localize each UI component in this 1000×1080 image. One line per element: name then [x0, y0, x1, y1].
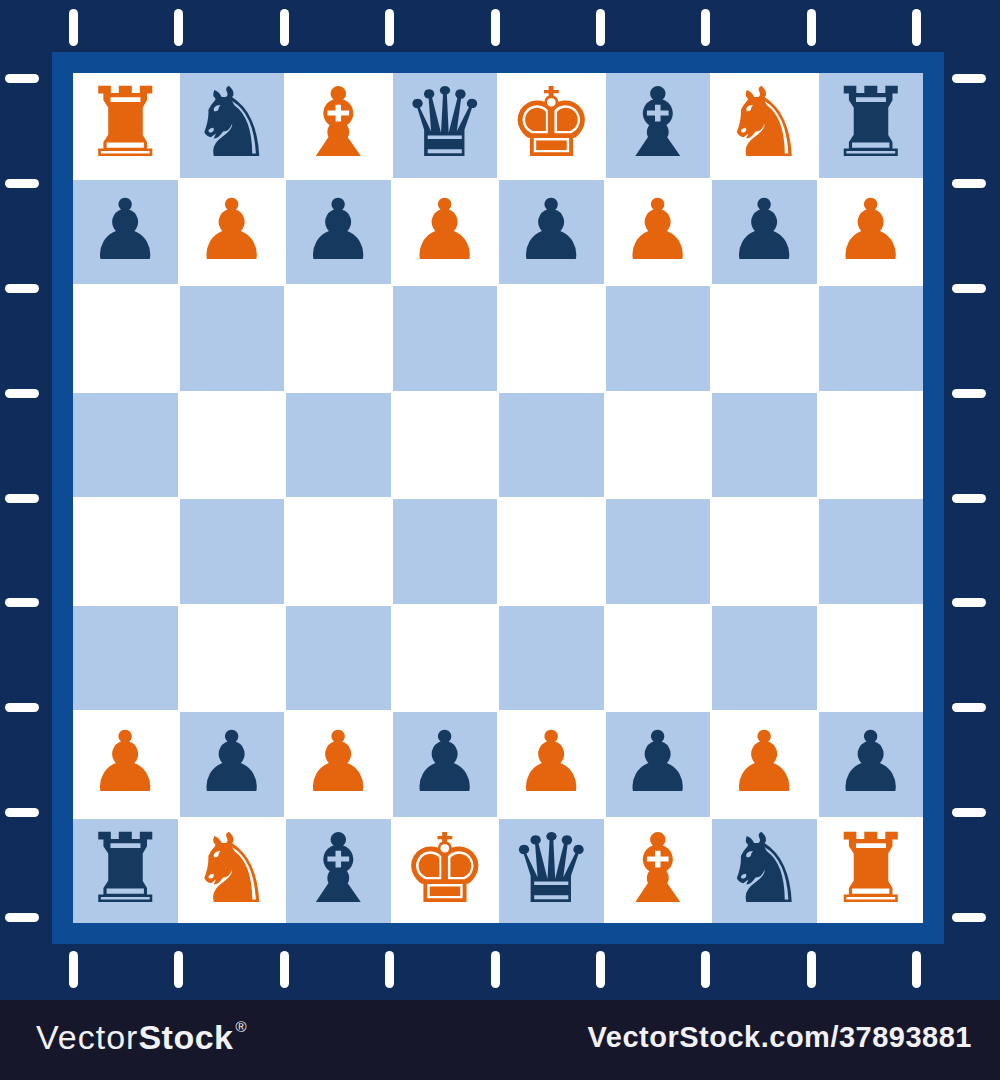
orange-pawn: ♟ — [407, 188, 482, 272]
blue-rook: ♜ — [828, 75, 914, 171]
orange-pawn: ♟ — [833, 188, 908, 272]
orange-pawn: ♟ — [194, 188, 269, 272]
square-a2: ♟ — [73, 712, 178, 817]
watermark-url: VectorStock.com/37893881 — [588, 1021, 972, 1054]
blue-pawn: ♟ — [620, 720, 695, 804]
stitch-marks-top — [69, 9, 921, 46]
blue-pawn: ♟ — [301, 188, 376, 272]
orange-pawn: ♟ — [620, 188, 695, 272]
stitch-mark — [912, 951, 921, 988]
square-f1: ♝ — [606, 819, 711, 924]
square-b5 — [180, 393, 285, 498]
square-f2: ♟ — [606, 712, 711, 817]
orange-rook: ♜ — [82, 75, 168, 171]
stitch-mark — [5, 179, 39, 188]
stitch-mark — [952, 808, 986, 817]
stitch-mark — [5, 74, 39, 83]
orange-king: ♚ — [402, 821, 488, 917]
square-e5 — [499, 393, 604, 498]
square-g2: ♟ — [712, 712, 817, 817]
square-e8: ♚ — [499, 73, 604, 178]
square-h8: ♜ — [819, 73, 924, 178]
blue-pawn: ♟ — [833, 720, 908, 804]
blue-queen: ♛ — [508, 821, 594, 917]
square-c8: ♝ — [286, 73, 391, 178]
orange-king: ♚ — [508, 75, 594, 171]
stitch-mark — [5, 913, 39, 922]
stitch-mark — [5, 494, 39, 503]
square-d7: ♟ — [393, 180, 498, 285]
square-f8: ♝ — [606, 73, 711, 178]
registered-icon: ® — [235, 1018, 247, 1035]
stitch-mark — [952, 703, 986, 712]
blue-knight: ♞ — [721, 821, 807, 917]
stitch-mark — [491, 9, 500, 46]
square-e6 — [499, 286, 604, 391]
orange-pawn: ♟ — [727, 720, 802, 804]
square-a3 — [73, 606, 178, 711]
blue-pawn: ♟ — [514, 188, 589, 272]
square-a1: ♜ — [73, 819, 178, 924]
stitch-mark — [5, 598, 39, 607]
square-b1: ♞ — [180, 819, 285, 924]
orange-pawn: ♟ — [301, 720, 376, 804]
square-d1: ♚ — [393, 819, 498, 924]
square-e3 — [499, 606, 604, 711]
stitch-mark — [385, 951, 394, 988]
stitch-mark — [69, 9, 78, 46]
blue-pawn: ♟ — [407, 720, 482, 804]
stitch-mark — [491, 951, 500, 988]
square-b2: ♟ — [180, 712, 285, 817]
blue-pawn: ♟ — [727, 188, 802, 272]
square-g8: ♞ — [712, 73, 817, 178]
square-f4 — [606, 499, 711, 604]
stitch-mark — [5, 389, 39, 398]
square-c2: ♟ — [286, 712, 391, 817]
stitch-mark — [69, 951, 78, 988]
square-g5 — [712, 393, 817, 498]
square-a6 — [73, 286, 178, 391]
stitch-marks-right — [952, 74, 986, 922]
square-e4 — [499, 499, 604, 604]
square-h6 — [819, 286, 924, 391]
square-g3 — [712, 606, 817, 711]
square-d5 — [393, 393, 498, 498]
square-g6 — [712, 286, 817, 391]
stitch-mark — [952, 389, 986, 398]
stitch-mark — [5, 284, 39, 293]
blue-rook: ♜ — [82, 821, 168, 917]
square-e2: ♟ — [499, 712, 604, 817]
blue-knight: ♞ — [189, 75, 275, 171]
orange-bishop: ♝ — [615, 821, 701, 917]
square-f3 — [606, 606, 711, 711]
blue-bishop: ♝ — [615, 75, 701, 171]
blue-queen: ♛ — [402, 75, 488, 171]
chess-board-frame: ♜♞♝♛♚♝♞♜♟♟♟♟♟♟♟♟♟♟♟♟♟♟♟♟♜♞♝♚♛♝♞♜ — [52, 52, 944, 944]
square-b8: ♞ — [180, 73, 285, 178]
orange-rook: ♜ — [828, 821, 914, 917]
watermark-logo: VectorStock® — [36, 1018, 246, 1057]
square-a8: ♜ — [73, 73, 178, 178]
blue-pawn: ♟ — [88, 188, 163, 272]
square-d4 — [393, 499, 498, 604]
square-h7: ♟ — [819, 180, 924, 285]
square-c1: ♝ — [286, 819, 391, 924]
stitch-mark — [596, 9, 605, 46]
stitch-marks-left — [5, 74, 39, 922]
square-c7: ♟ — [286, 180, 391, 285]
square-h4 — [819, 499, 924, 604]
stitch-mark — [385, 9, 394, 46]
square-f7: ♟ — [606, 180, 711, 285]
square-c3 — [286, 606, 391, 711]
stitch-mark — [280, 9, 289, 46]
orange-bishop: ♝ — [295, 75, 381, 171]
stitch-mark — [174, 9, 183, 46]
square-d8: ♛ — [393, 73, 498, 178]
square-d3 — [393, 606, 498, 711]
square-e1: ♛ — [499, 819, 604, 924]
square-f6 — [606, 286, 711, 391]
stitch-mark — [596, 951, 605, 988]
square-d6 — [393, 286, 498, 391]
stitch-mark — [5, 703, 39, 712]
orange-pawn: ♟ — [514, 720, 589, 804]
stitch-mark — [280, 951, 289, 988]
stitch-mark — [952, 598, 986, 607]
orange-pawn: ♟ — [88, 720, 163, 804]
square-d2: ♟ — [393, 712, 498, 817]
square-b6 — [180, 286, 285, 391]
stitch-mark — [5, 808, 39, 817]
chess-board: ♜♞♝♛♚♝♞♜♟♟♟♟♟♟♟♟♟♟♟♟♟♟♟♟♜♞♝♚♛♝♞♜ — [73, 73, 923, 923]
stitch-mark — [952, 179, 986, 188]
stitch-mark — [807, 951, 816, 988]
square-a7: ♟ — [73, 180, 178, 285]
stitch-mark — [701, 951, 710, 988]
square-h1: ♜ — [819, 819, 924, 924]
orange-knight: ♞ — [189, 821, 275, 917]
square-f5 — [606, 393, 711, 498]
stitch-mark — [912, 9, 921, 46]
stitch-mark — [701, 9, 710, 46]
blue-bishop: ♝ — [295, 821, 381, 917]
blue-pawn: ♟ — [194, 720, 269, 804]
stitch-mark — [174, 951, 183, 988]
stitch-mark — [952, 74, 986, 83]
stitch-mark — [952, 494, 986, 503]
stitch-marks-bottom — [69, 951, 921, 988]
stitch-mark — [952, 284, 986, 293]
square-h2: ♟ — [819, 712, 924, 817]
square-g7: ♟ — [712, 180, 817, 285]
square-b4 — [180, 499, 285, 604]
square-h5 — [819, 393, 924, 498]
watermark-logo-bold: Stock — [138, 1018, 233, 1056]
square-e7: ♟ — [499, 180, 604, 285]
square-h3 — [819, 606, 924, 711]
stitch-mark — [807, 9, 816, 46]
square-c5 — [286, 393, 391, 498]
illustration-canvas: ♜♞♝♛♚♝♞♜♟♟♟♟♟♟♟♟♟♟♟♟♟♟♟♟♜♞♝♚♛♝♞♜ VectorS… — [0, 0, 1000, 1080]
square-a5 — [73, 393, 178, 498]
watermark-logo-light: Vector — [36, 1018, 138, 1056]
watermark-bar: VectorStock® VectorStock.com/37893881 — [0, 1000, 1000, 1080]
square-b3 — [180, 606, 285, 711]
square-a4 — [73, 499, 178, 604]
square-b7: ♟ — [180, 180, 285, 285]
stitch-mark — [952, 913, 986, 922]
square-c6 — [286, 286, 391, 391]
square-c4 — [286, 499, 391, 604]
orange-knight: ♞ — [721, 75, 807, 171]
square-g1: ♞ — [712, 819, 817, 924]
square-g4 — [712, 499, 817, 604]
